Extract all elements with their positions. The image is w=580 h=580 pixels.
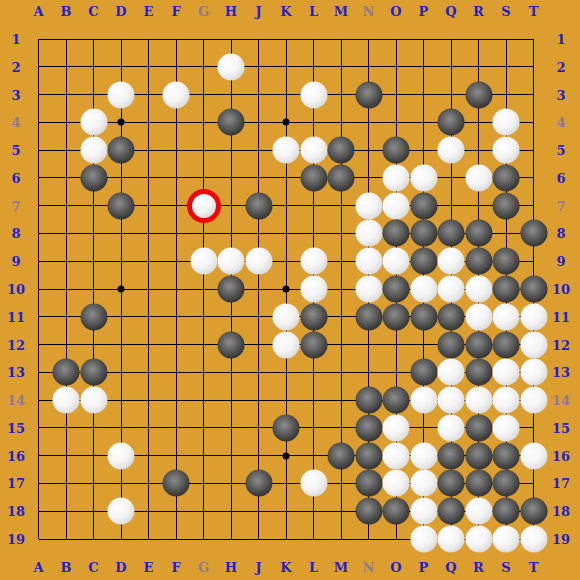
black-stone [520,498,547,525]
star-point [283,286,290,293]
black-stone [520,220,547,247]
black-stone [355,414,382,441]
white-stone [190,248,217,275]
last-move-marker [187,189,221,223]
column-label-top: K [280,5,291,18]
column-label-bottom: T [529,561,539,574]
black-stone [53,359,80,386]
white-stone [273,137,300,164]
go-board[interactable]: AABBCCDDEEFFGGHHJJKKLLMMNNOOPPQQRRSSTT11… [0,0,580,580]
row-label-left: 8 [11,227,20,240]
row-label-right: 18 [552,505,570,518]
black-stone [218,276,245,303]
black-stone [108,192,135,219]
row-label-right: 16 [552,449,570,462]
white-stone [300,276,327,303]
row-label-right: 4 [556,116,565,129]
column-label-top: M [334,5,348,18]
black-stone [410,303,437,330]
row-label-left: 2 [11,60,20,73]
row-label-right: 9 [556,255,565,268]
row-label-right: 2 [556,60,565,73]
column-label-top: F [171,5,180,18]
white-stone [80,109,107,136]
white-stone [383,414,410,441]
black-stone [383,303,410,330]
column-label-bottom: B [61,561,72,574]
black-stone [355,387,382,414]
white-stone [493,526,520,553]
row-label-right: 8 [556,227,565,240]
white-stone [493,137,520,164]
white-stone [383,442,410,469]
row-label-right: 19 [552,533,570,546]
white-stone [438,414,465,441]
row-label-left: 15 [7,421,25,434]
black-stone [218,109,245,136]
row-label-left: 19 [7,533,25,546]
white-stone [493,303,520,330]
column-label-bottom: P [419,561,429,574]
column-label-bottom: E [144,561,154,574]
black-stone [465,359,492,386]
white-stone [438,276,465,303]
column-label-top: B [61,5,72,18]
black-stone [410,220,437,247]
white-stone [465,303,492,330]
column-label-bottom: G [198,561,209,574]
row-label-left: 3 [11,88,20,101]
white-stone [300,248,327,275]
row-label-left: 1 [11,33,20,46]
white-stone [218,248,245,275]
white-stone [493,109,520,136]
column-label-top: Q [445,5,456,18]
white-stone [355,220,382,247]
black-stone [300,331,327,358]
black-stone [465,331,492,358]
white-stone [80,137,107,164]
white-stone [465,526,492,553]
black-stone [383,387,410,414]
black-stone [108,137,135,164]
white-stone [520,303,547,330]
black-stone [245,470,272,497]
column-label-top: J [255,5,261,18]
star-point [283,119,290,126]
black-stone [80,359,107,386]
black-stone [493,331,520,358]
white-stone [273,303,300,330]
white-stone [438,387,465,414]
black-stone [410,359,437,386]
white-stone [493,387,520,414]
column-label-top: C [88,5,98,18]
black-stone [493,470,520,497]
white-stone [410,276,437,303]
row-label-right: 10 [552,283,570,296]
black-stone [465,442,492,469]
column-label-top: G [198,5,209,18]
black-stone [438,498,465,525]
white-stone [383,248,410,275]
white-stone [273,331,300,358]
black-stone [300,164,327,191]
column-label-top: P [419,5,429,18]
row-label-right: 17 [552,477,570,490]
white-stone [465,387,492,414]
black-stone [355,442,382,469]
column-label-bottom: M [334,561,348,574]
black-stone [410,248,437,275]
column-label-bottom: H [225,561,237,574]
white-stone [383,192,410,219]
row-label-right: 11 [552,310,570,323]
star-point [118,119,125,126]
black-stone [383,137,410,164]
black-stone [438,470,465,497]
white-stone [355,248,382,275]
white-stone [163,81,190,108]
white-stone [438,526,465,553]
black-stone [383,220,410,247]
row-label-right: 5 [556,144,565,157]
row-label-right: 7 [556,199,565,212]
row-label-left: 6 [11,171,20,184]
row-label-right: 13 [552,366,570,379]
row-label-right: 14 [552,394,570,407]
white-stone [493,359,520,386]
black-stone [355,303,382,330]
row-label-left: 11 [7,310,25,323]
row-label-right: 3 [556,88,565,101]
column-label-bottom: Q [445,561,456,574]
white-stone [493,414,520,441]
column-label-bottom: C [88,561,98,574]
white-stone [465,164,492,191]
black-stone [80,164,107,191]
black-stone [80,303,107,330]
white-stone [218,53,245,80]
black-stone [163,470,190,497]
white-stone [410,526,437,553]
white-stone [438,137,465,164]
row-label-left: 18 [7,505,25,518]
white-stone [465,276,492,303]
column-label-top: L [309,5,318,18]
white-stone [108,442,135,469]
black-stone [438,109,465,136]
black-stone [383,498,410,525]
black-stone [355,81,382,108]
column-label-bottom: L [309,561,318,574]
white-stone [520,387,547,414]
white-stone [410,498,437,525]
column-label-top: R [473,5,484,18]
black-stone [465,220,492,247]
black-stone [493,192,520,219]
row-label-left: 17 [7,477,25,490]
white-stone [410,470,437,497]
row-label-left: 10 [7,283,25,296]
black-stone [493,442,520,469]
row-label-left: 12 [7,338,25,351]
black-stone [328,164,355,191]
column-label-bottom: J [255,561,261,574]
white-stone [355,276,382,303]
white-stone [520,359,547,386]
column-label-bottom: D [115,561,126,574]
black-stone [383,276,410,303]
star-point [118,286,125,293]
black-stone [493,498,520,525]
white-stone [300,137,327,164]
row-label-left: 13 [7,366,25,379]
white-stone [245,248,272,275]
column-label-top: H [225,5,237,18]
black-stone [520,276,547,303]
white-stone [520,442,547,469]
row-label-left: 5 [11,144,20,157]
column-label-top: S [501,5,510,18]
white-stone [465,498,492,525]
white-stone [53,387,80,414]
row-label-left: 4 [11,116,20,129]
white-stone [438,359,465,386]
column-label-bottom: N [363,561,375,574]
white-stone [355,192,382,219]
white-stone [410,442,437,469]
white-stone [108,81,135,108]
black-stone [465,470,492,497]
white-stone [438,248,465,275]
white-stone [410,387,437,414]
row-label-left: 14 [7,394,25,407]
black-stone [245,192,272,219]
column-label-top: E [144,5,154,18]
white-stone [300,81,327,108]
column-label-bottom: F [171,561,180,574]
column-label-top: A [33,5,43,18]
column-label-top: D [115,5,126,18]
black-stone [465,414,492,441]
black-stone [300,303,327,330]
row-label-right: 6 [556,171,565,184]
column-label-bottom: A [33,561,43,574]
column-label-top: O [390,5,401,18]
white-stone [383,164,410,191]
row-label-right: 15 [552,421,570,434]
column-label-top: T [529,5,539,18]
black-stone [410,192,437,219]
white-stone [520,526,547,553]
column-label-top: N [363,5,375,18]
black-stone [493,248,520,275]
black-stone [493,276,520,303]
black-stone [465,81,492,108]
white-stone [300,470,327,497]
black-stone [438,220,465,247]
column-label-bottom: O [390,561,401,574]
black-stone [493,164,520,191]
black-stone [465,248,492,275]
white-stone [108,498,135,525]
black-stone [328,137,355,164]
black-stone [438,303,465,330]
black-stone [355,470,382,497]
black-stone [328,442,355,469]
row-label-left: 7 [11,199,20,212]
black-stone [218,331,245,358]
row-label-right: 12 [552,338,570,351]
row-label-left: 16 [7,449,25,462]
white-stone [383,470,410,497]
row-label-left: 9 [11,255,20,268]
column-label-bottom: R [473,561,484,574]
white-stone [520,331,547,358]
black-stone [273,414,300,441]
star-point [283,452,290,459]
black-stone [355,498,382,525]
white-stone [80,387,107,414]
black-stone [438,442,465,469]
column-label-bottom: S [501,561,510,574]
row-label-right: 1 [556,33,565,46]
white-stone [410,164,437,191]
black-stone [438,331,465,358]
column-label-bottom: K [280,561,291,574]
